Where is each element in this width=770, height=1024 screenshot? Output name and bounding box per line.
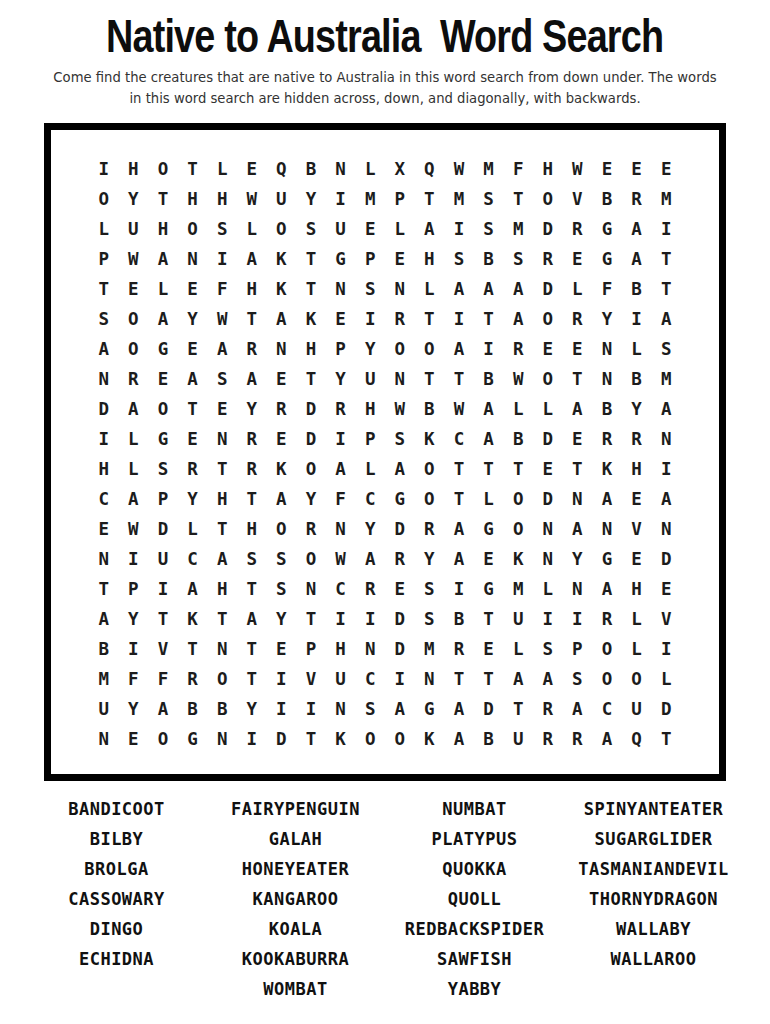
grid-cell[interactable]: Q [267, 154, 297, 184]
grid-cell[interactable]: C [178, 544, 208, 574]
grid-cell[interactable]: R [592, 424, 622, 454]
grid-cell[interactable]: A [503, 274, 533, 304]
grid-cell[interactable]: L [355, 454, 385, 484]
grid-cell[interactable]: U [326, 664, 356, 694]
grid-cell[interactable]: N [178, 244, 208, 274]
grid-cell[interactable]: E [119, 274, 149, 304]
grid-cell[interactable]: D [89, 394, 119, 424]
grid-cell[interactable]: H [207, 484, 237, 514]
grid-cell[interactable]: A [385, 694, 415, 724]
grid-cell[interactable]: L [533, 574, 563, 604]
grid-cell[interactable]: T [444, 664, 474, 694]
grid-cell[interactable]: Y [355, 334, 385, 364]
grid-cell[interactable]: A [622, 244, 652, 274]
grid-cell[interactable]: T [237, 304, 267, 334]
grid-cell[interactable]: E [651, 154, 681, 184]
grid-cell[interactable]: G [474, 514, 504, 544]
grid-cell[interactable]: T [296, 244, 326, 274]
grid-cell[interactable]: I [651, 214, 681, 244]
grid-cell[interactable]: R [415, 514, 445, 544]
grid-cell[interactable]: S [355, 274, 385, 304]
grid-cell[interactable]: A [119, 484, 149, 514]
grid-cell[interactable]: N [267, 334, 297, 364]
grid-cell[interactable]: N [592, 334, 622, 364]
grid-cell[interactable]: G [326, 244, 356, 274]
grid-cell[interactable]: S [474, 184, 504, 214]
grid-cell[interactable]: N [207, 634, 237, 664]
grid-cell[interactable]: S [444, 244, 474, 274]
grid-cell[interactable]: T [474, 604, 504, 634]
grid-cell[interactable]: O [119, 304, 149, 334]
grid-cell[interactable]: A [237, 364, 267, 394]
grid-cell[interactable]: B [89, 634, 119, 664]
grid-cell[interactable]: A [592, 724, 622, 754]
grid-cell[interactable]: O [355, 724, 385, 754]
grid-cell[interactable]: L [148, 274, 178, 304]
grid-cell[interactable]: U [355, 364, 385, 394]
grid-cell[interactable]: N [592, 514, 622, 544]
grid-cell[interactable]: H [415, 244, 445, 274]
grid-cell[interactable]: L [89, 214, 119, 244]
grid-cell[interactable]: R [326, 394, 356, 424]
grid-cell[interactable]: K [296, 304, 326, 334]
grid-cell[interactable]: O [148, 724, 178, 754]
grid-cell[interactable]: M [474, 154, 504, 184]
grid-cell[interactable]: D [148, 514, 178, 544]
grid-cell[interactable]: I [651, 634, 681, 664]
grid-cell[interactable]: B [415, 394, 445, 424]
grid-cell[interactable]: N [533, 544, 563, 574]
grid-cell[interactable]: I [444, 574, 474, 604]
grid-cell[interactable]: N [385, 274, 415, 304]
grid-cell[interactable]: H [178, 184, 208, 214]
grid-cell[interactable]: P [119, 574, 149, 604]
grid-cell[interactable]: I [355, 304, 385, 334]
grid-cell[interactable]: A [444, 694, 474, 724]
grid-cell[interactable]: C [592, 694, 622, 724]
grid-cell[interactable]: T [89, 574, 119, 604]
grid-cell[interactable]: E [474, 634, 504, 664]
grid-cell[interactable]: M [415, 634, 445, 664]
grid-cell[interactable]: A [267, 304, 297, 334]
grid-cell[interactable]: R [503, 334, 533, 364]
grid-cell[interactable]: H [622, 574, 652, 604]
grid-cell[interactable]: U [326, 214, 356, 244]
grid-cell[interactable]: P [355, 424, 385, 454]
grid-cell[interactable]: N [326, 694, 356, 724]
grid-cell[interactable]: D [385, 604, 415, 634]
grid-cell[interactable]: T [444, 484, 474, 514]
grid-cell[interactable]: H [119, 154, 149, 184]
grid-cell[interactable]: D [651, 694, 681, 724]
grid-cell[interactable]: R [592, 604, 622, 634]
grid-cell[interactable]: A [444, 544, 474, 574]
grid-cell[interactable]: N [207, 724, 237, 754]
grid-cell[interactable]: T [503, 184, 533, 214]
grid-cell[interactable]: K [415, 724, 445, 754]
grid-cell[interactable]: T [503, 694, 533, 724]
grid-cell[interactable]: I [207, 244, 237, 274]
grid-cell[interactable]: Y [415, 544, 445, 574]
grid-cell[interactable]: S [89, 304, 119, 334]
grid-cell[interactable]: O [592, 634, 622, 664]
grid-cell[interactable]: I [355, 604, 385, 634]
grid-cell[interactable]: A [148, 304, 178, 334]
grid-cell[interactable]: U [148, 544, 178, 574]
grid-cell[interactable]: R [237, 424, 267, 454]
grid-cell[interactable]: K [178, 604, 208, 634]
grid-cell[interactable]: B [474, 724, 504, 754]
grid-cell[interactable]: A [503, 664, 533, 694]
grid-cell[interactable]: O [119, 334, 149, 364]
grid-cell[interactable]: U [89, 694, 119, 724]
grid-cell[interactable]: S [533, 634, 563, 664]
grid-cell[interactable]: L [207, 154, 237, 184]
grid-cell[interactable]: R [533, 244, 563, 274]
grid-cell[interactable]: T [148, 184, 178, 214]
grid-cell[interactable]: A [178, 364, 208, 394]
grid-cell[interactable]: F [119, 664, 149, 694]
grid-cell[interactable]: E [267, 634, 297, 664]
grid-cell[interactable]: W [563, 154, 593, 184]
grid-cell[interactable]: O [415, 454, 445, 484]
grid-cell[interactable]: N [326, 514, 356, 544]
grid-cell[interactable]: D [385, 634, 415, 664]
grid-cell[interactable]: F [592, 274, 622, 304]
grid-cell[interactable]: H [89, 454, 119, 484]
grid-cell[interactable]: O [267, 514, 297, 544]
grid-cell[interactable]: T [563, 454, 593, 484]
grid-cell[interactable]: I [385, 664, 415, 694]
grid-cell[interactable]: S [267, 574, 297, 604]
grid-cell[interactable]: T [651, 724, 681, 754]
grid-cell[interactable]: A [444, 274, 474, 304]
grid-cell[interactable]: V [563, 184, 593, 214]
grid-cell[interactable]: R [622, 424, 652, 454]
grid-cell[interactable]: D [296, 424, 326, 454]
grid-cell[interactable]: I [326, 424, 356, 454]
grid-cell[interactable]: I [119, 634, 149, 664]
grid-cell[interactable]: L [474, 484, 504, 514]
grid-cell[interactable]: O [296, 544, 326, 574]
grid-cell[interactable]: Y [326, 364, 356, 394]
grid-cell[interactable]: F [148, 664, 178, 694]
grid-cell[interactable]: T [237, 484, 267, 514]
grid-cell[interactable]: E [89, 514, 119, 544]
grid-cell[interactable]: M [651, 364, 681, 394]
grid-cell[interactable]: L [178, 514, 208, 544]
grid-cell[interactable]: D [296, 394, 326, 424]
grid-cell[interactable]: T [296, 604, 326, 634]
grid-cell[interactable]: R [444, 634, 474, 664]
grid-cell[interactable]: R [178, 454, 208, 484]
grid-cell[interactable]: A [326, 454, 356, 484]
grid-cell[interactable]: H [622, 454, 652, 484]
grid-cell[interactable]: T [474, 454, 504, 484]
grid-cell[interactable]: G [148, 334, 178, 364]
grid-cell[interactable]: O [533, 184, 563, 214]
grid-cell[interactable]: W [207, 304, 237, 334]
grid-cell[interactable]: D [533, 274, 563, 304]
grid-cell[interactable]: E [267, 424, 297, 454]
grid-cell[interactable]: P [89, 244, 119, 274]
grid-cell[interactable]: E [474, 544, 504, 574]
grid-cell[interactable]: R [267, 394, 297, 424]
grid-cell[interactable]: G [474, 574, 504, 604]
grid-cell[interactable]: T [651, 244, 681, 274]
grid-cell[interactable]: R [563, 214, 593, 244]
grid-cell[interactable]: S [474, 214, 504, 244]
grid-cell[interactable]: L [622, 634, 652, 664]
grid-cell[interactable]: B [444, 604, 474, 634]
grid-cell[interactable]: I [148, 574, 178, 604]
grid-cell[interactable]: D [651, 544, 681, 574]
grid-cell[interactable]: N [651, 514, 681, 544]
grid-cell[interactable]: I [474, 334, 504, 364]
grid-cell[interactable]: L [622, 604, 652, 634]
grid-cell[interactable]: T [474, 304, 504, 334]
grid-cell[interactable]: O [533, 304, 563, 334]
grid-cell[interactable]: K [267, 244, 297, 274]
grid-cell[interactable]: V [622, 514, 652, 544]
grid-cell[interactable]: L [503, 394, 533, 424]
grid-cell[interactable]: M [355, 184, 385, 214]
grid-cell[interactable]: A [622, 214, 652, 244]
grid-cell[interactable]: S [385, 424, 415, 454]
grid-cell[interactable]: S [563, 664, 593, 694]
grid-cell[interactable]: I [267, 664, 297, 694]
grid-cell[interactable]: T [415, 364, 445, 394]
grid-cell[interactable]: T [178, 154, 208, 184]
grid-cell[interactable]: E [651, 574, 681, 604]
grid-cell[interactable]: O [592, 664, 622, 694]
grid-cell[interactable]: G [592, 244, 622, 274]
grid-cell[interactable]: H [148, 214, 178, 244]
grid-cell[interactable]: P [355, 244, 385, 274]
grid-cell[interactable]: I [267, 694, 297, 724]
grid-cell[interactable]: R [237, 334, 267, 364]
grid-cell[interactable]: E [533, 454, 563, 484]
grid-cell[interactable]: O [415, 334, 445, 364]
grid-cell[interactable]: R [385, 304, 415, 334]
grid-cell[interactable]: Y [563, 544, 593, 574]
grid-cell[interactable]: L [355, 154, 385, 184]
grid-cell[interactable]: N [207, 424, 237, 454]
grid-cell[interactable]: A [267, 484, 297, 514]
grid-cell[interactable]: B [622, 364, 652, 394]
grid-cell[interactable]: L [415, 274, 445, 304]
grid-cell[interactable]: T [148, 604, 178, 634]
grid-cell[interactable]: O [533, 364, 563, 394]
grid-cell[interactable]: E [385, 244, 415, 274]
grid-cell[interactable]: O [415, 484, 445, 514]
grid-cell[interactable]: R [385, 544, 415, 574]
grid-cell[interactable]: Y [119, 694, 149, 724]
grid-cell[interactable]: N [651, 424, 681, 454]
grid-cell[interactable]: U [267, 184, 297, 214]
grid-cell[interactable]: B [503, 424, 533, 454]
grid-cell[interactable]: B [474, 244, 504, 274]
grid-cell[interactable]: P [563, 634, 593, 664]
grid-cell[interactable]: O [622, 664, 652, 694]
grid-cell[interactable]: R [119, 364, 149, 394]
grid-cell[interactable]: K [415, 424, 445, 454]
grid-cell[interactable]: M [503, 214, 533, 244]
grid-cell[interactable]: N [326, 274, 356, 304]
grid-cell[interactable]: T [207, 604, 237, 634]
grid-cell[interactable]: E [622, 484, 652, 514]
grid-cell[interactable]: B [296, 154, 326, 184]
grid-cell[interactable]: A [415, 214, 445, 244]
grid-cell[interactable]: V [296, 664, 326, 694]
grid-cell[interactable]: Y [178, 304, 208, 334]
grid-cell[interactable]: H [355, 394, 385, 424]
grid-cell[interactable]: A [503, 304, 533, 334]
grid-cell[interactable]: E [563, 424, 593, 454]
grid-cell[interactable]: L [563, 274, 593, 304]
grid-cell[interactable]: G [178, 724, 208, 754]
grid-cell[interactable]: T [237, 634, 267, 664]
grid-cell[interactable]: E [207, 394, 237, 424]
grid-cell[interactable]: I [444, 304, 474, 334]
grid-cell[interactable]: I [237, 724, 267, 754]
grid-cell[interactable]: T [178, 394, 208, 424]
grid-cell[interactable]: L [651, 664, 681, 694]
grid-cell[interactable]: O [89, 184, 119, 214]
grid-cell[interactable]: Y [178, 484, 208, 514]
grid-cell[interactable]: B [592, 394, 622, 424]
grid-cell[interactable]: O [178, 214, 208, 244]
grid-cell[interactable]: S [503, 244, 533, 274]
grid-cell[interactable]: V [651, 604, 681, 634]
grid-cell[interactable]: Y [622, 394, 652, 424]
grid-cell[interactable]: L [119, 454, 149, 484]
grid-cell[interactable]: R [622, 184, 652, 214]
grid-cell[interactable]: L [237, 214, 267, 244]
grid-cell[interactable]: M [651, 184, 681, 214]
grid-cell[interactable]: T [444, 454, 474, 484]
grid-cell[interactable]: S [651, 334, 681, 364]
grid-cell[interactable]: G [592, 544, 622, 574]
grid-cell[interactable]: H [296, 334, 326, 364]
grid-cell[interactable]: I [533, 604, 563, 634]
grid-cell[interactable]: T [563, 364, 593, 394]
grid-cell[interactable]: M [503, 574, 533, 604]
grid-cell[interactable]: E [533, 334, 563, 364]
grid-cell[interactable]: E [237, 154, 267, 184]
grid-cell[interactable]: C [89, 484, 119, 514]
grid-cell[interactable]: K [326, 724, 356, 754]
grid-cell[interactable]: T [296, 364, 326, 394]
grid-cell[interactable]: B [207, 694, 237, 724]
grid-cell[interactable]: L [385, 214, 415, 244]
grid-cell[interactable]: D [533, 214, 563, 244]
grid-cell[interactable]: I [89, 424, 119, 454]
grid-cell[interactable]: T [415, 304, 445, 334]
grid-cell[interactable]: V [148, 634, 178, 664]
grid-cell[interactable]: Y [119, 184, 149, 214]
grid-cell[interactable]: P [326, 334, 356, 364]
grid-cell[interactable]: D [385, 514, 415, 544]
grid-cell[interactable]: G [148, 424, 178, 454]
grid-cell[interactable]: E [563, 334, 593, 364]
grid-cell[interactable]: K [503, 544, 533, 574]
grid-cell[interactable]: O [385, 724, 415, 754]
grid-cell[interactable]: O [385, 334, 415, 364]
grid-cell[interactable]: S [415, 574, 445, 604]
grid-cell[interactable]: R [563, 724, 593, 754]
grid-cell[interactable]: W [237, 184, 267, 214]
grid-cell[interactable]: O [148, 394, 178, 424]
grid-cell[interactable]: N [563, 484, 593, 514]
grid-cell[interactable]: S [207, 364, 237, 394]
grid-cell[interactable]: H [207, 574, 237, 604]
grid-cell[interactable]: K [267, 454, 297, 484]
grid-cell[interactable]: A [651, 304, 681, 334]
grid-cell[interactable]: A [592, 484, 622, 514]
grid-cell[interactable]: Q [622, 724, 652, 754]
grid-cell[interactable]: A [474, 274, 504, 304]
grid-cell[interactable]: E [148, 364, 178, 394]
grid-cell[interactable]: A [178, 574, 208, 604]
grid-cell[interactable]: A [119, 394, 149, 424]
grid-cell[interactable]: Y [237, 394, 267, 424]
grid-cell[interactable]: Y [592, 304, 622, 334]
grid-cell[interactable]: Y [119, 604, 149, 634]
grid-cell[interactable]: N [385, 364, 415, 394]
grid-cell[interactable]: E [178, 334, 208, 364]
grid-cell[interactable]: L [622, 334, 652, 364]
grid-cell[interactable]: A [592, 574, 622, 604]
grid-cell[interactable]: A [563, 514, 593, 544]
grid-cell[interactable]: B [622, 274, 652, 304]
grid-cell[interactable]: R [533, 694, 563, 724]
grid-cell[interactable]: W [444, 394, 474, 424]
grid-cell[interactable]: N [533, 514, 563, 544]
grid-cell[interactable]: L [503, 634, 533, 664]
grid-cell[interactable]: T [237, 574, 267, 604]
grid-cell[interactable]: M [89, 664, 119, 694]
grid-cell[interactable]: A [474, 424, 504, 454]
grid-cell[interactable]: R [178, 664, 208, 694]
grid-cell[interactable]: E [267, 364, 297, 394]
grid-cell[interactable]: E [119, 724, 149, 754]
grid-cell[interactable]: T [89, 274, 119, 304]
grid-cell[interactable]: C [326, 574, 356, 604]
grid-cell[interactable]: A [207, 334, 237, 364]
grid-cell[interactable]: A [89, 604, 119, 634]
grid-cell[interactable]: Y [355, 514, 385, 544]
grid-cell[interactable]: A [148, 694, 178, 724]
grid-cell[interactable]: W [326, 544, 356, 574]
grid-cell[interactable]: C [444, 424, 474, 454]
grid-cell[interactable]: H [326, 634, 356, 664]
grid-cell[interactable]: E [178, 424, 208, 454]
grid-cell[interactable]: B [474, 364, 504, 394]
grid-cell[interactable]: O [503, 484, 533, 514]
grid-cell[interactable]: K [592, 454, 622, 484]
grid-cell[interactable]: O [267, 214, 297, 244]
grid-cell[interactable]: H [207, 184, 237, 214]
grid-cell[interactable]: D [267, 724, 297, 754]
grid-cell[interactable]: A [237, 244, 267, 274]
grid-cell[interactable]: S [415, 604, 445, 634]
grid-cell[interactable]: X [385, 154, 415, 184]
grid-cell[interactable]: N [89, 544, 119, 574]
grid-cell[interactable]: N [355, 634, 385, 664]
grid-cell[interactable]: U [503, 724, 533, 754]
grid-cell[interactable]: T [415, 184, 445, 214]
